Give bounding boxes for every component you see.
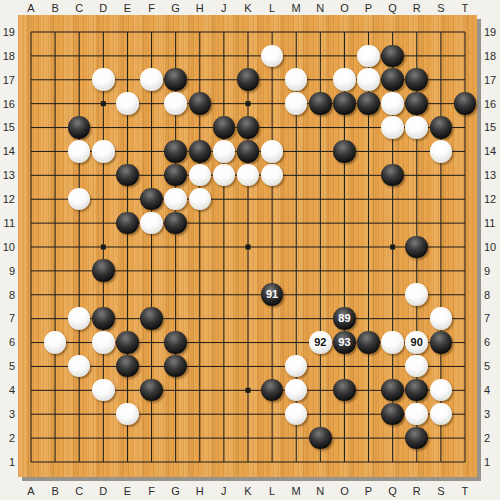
stone-black-G6 bbox=[164, 331, 187, 354]
row-label-16: 16 bbox=[0, 92, 16, 116]
column-labels-bottom: ABCDEFGHJKLMNOPQRST bbox=[19, 483, 477, 499]
stone-white-D14 bbox=[92, 140, 115, 163]
row-label-18: 18 bbox=[483, 44, 500, 68]
row-label-16: 16 bbox=[483, 92, 500, 116]
move-number-label: 93 bbox=[338, 337, 350, 348]
stone-black-F4 bbox=[140, 379, 163, 402]
row-label-1: 1 bbox=[483, 450, 500, 474]
row-label-15: 15 bbox=[483, 116, 500, 140]
row-label-8: 8 bbox=[0, 283, 16, 307]
col-label-A: A bbox=[19, 0, 43, 15]
stone-white-S4 bbox=[430, 379, 453, 402]
stone-black-R10 bbox=[405, 236, 428, 259]
stone-white-D4 bbox=[92, 379, 115, 402]
stone-white-G16 bbox=[164, 92, 187, 115]
move-number-label: 92 bbox=[314, 337, 326, 348]
stone-black-N2 bbox=[309, 427, 332, 450]
stone-black-L8: 91 bbox=[261, 283, 284, 306]
col-label-J: J bbox=[212, 0, 236, 15]
row-label-6: 6 bbox=[483, 330, 500, 354]
stone-white-P17 bbox=[357, 68, 380, 91]
col-label-Q: Q bbox=[381, 483, 405, 499]
row-label-2: 2 bbox=[483, 426, 500, 450]
stone-black-H14 bbox=[189, 140, 212, 163]
row-label-5: 5 bbox=[0, 354, 16, 378]
row-label-19: 19 bbox=[0, 20, 16, 44]
stone-black-F7 bbox=[140, 307, 163, 330]
col-label-N: N bbox=[308, 483, 332, 499]
stone-black-K15 bbox=[237, 116, 260, 139]
stone-black-G17 bbox=[164, 68, 187, 91]
row-label-1: 1 bbox=[0, 450, 16, 474]
col-label-G: G bbox=[164, 483, 188, 499]
col-label-M: M bbox=[284, 0, 308, 15]
stone-white-H13 bbox=[189, 164, 212, 187]
col-label-K: K bbox=[236, 483, 260, 499]
row-label-2: 2 bbox=[0, 426, 16, 450]
col-label-O: O bbox=[332, 483, 356, 499]
col-label-P: P bbox=[356, 0, 380, 15]
stone-white-H12 bbox=[189, 188, 212, 211]
col-label-T: T bbox=[453, 0, 477, 15]
row-label-9: 9 bbox=[0, 259, 16, 283]
stone-white-Q6 bbox=[381, 331, 404, 354]
col-label-L: L bbox=[260, 0, 284, 15]
stone-white-Q16 bbox=[381, 92, 404, 115]
row-label-10: 10 bbox=[483, 235, 500, 259]
col-label-S: S bbox=[429, 483, 453, 499]
stone-black-Q3 bbox=[381, 403, 404, 426]
stone-white-K13 bbox=[237, 164, 260, 187]
col-label-Q: Q bbox=[381, 0, 405, 15]
row-label-17: 17 bbox=[483, 68, 500, 92]
move-number-label: 89 bbox=[338, 313, 350, 324]
row-labels-left: 19181716151413121110987654321 bbox=[0, 20, 16, 474]
col-label-F: F bbox=[139, 483, 163, 499]
go-game-screenshot: { "game": "go", "board_size": 19, "coord… bbox=[0, 0, 500, 500]
stone-black-O7: 89 bbox=[333, 307, 356, 330]
stone-black-G13 bbox=[164, 164, 187, 187]
stone-black-O6: 93 bbox=[333, 331, 356, 354]
row-label-3: 3 bbox=[483, 402, 500, 426]
row-label-8: 8 bbox=[483, 283, 500, 307]
stone-black-E6 bbox=[116, 331, 139, 354]
stone-white-L14 bbox=[261, 140, 284, 163]
move-number-label: 90 bbox=[411, 337, 423, 348]
col-label-H: H bbox=[188, 483, 212, 499]
col-label-B: B bbox=[43, 0, 67, 15]
stone-black-K14 bbox=[237, 140, 260, 163]
stone-black-L4 bbox=[261, 379, 284, 402]
stone-white-R6: 90 bbox=[405, 331, 428, 354]
row-label-14: 14 bbox=[0, 139, 16, 163]
stone-black-S15 bbox=[430, 116, 453, 139]
stone-white-Q15 bbox=[381, 116, 404, 139]
stone-white-J14 bbox=[213, 140, 236, 163]
stone-white-M4 bbox=[285, 379, 308, 402]
row-label-6: 6 bbox=[0, 330, 16, 354]
stone-white-S3 bbox=[430, 403, 453, 426]
stone-white-C5 bbox=[68, 355, 91, 378]
stone-black-R17 bbox=[405, 68, 428, 91]
stone-white-R15 bbox=[405, 116, 428, 139]
stone-black-C15 bbox=[68, 116, 91, 139]
row-label-18: 18 bbox=[0, 44, 16, 68]
col-label-P: P bbox=[356, 483, 380, 499]
col-label-O: O bbox=[332, 0, 356, 15]
col-label-K: K bbox=[236, 0, 260, 15]
row-label-10: 10 bbox=[0, 235, 16, 259]
stone-black-Q13 bbox=[381, 164, 404, 187]
stone-white-R3 bbox=[405, 403, 428, 426]
stone-white-S7 bbox=[430, 307, 453, 330]
col-label-B: B bbox=[43, 483, 67, 499]
stone-black-P6 bbox=[357, 331, 380, 354]
row-label-12: 12 bbox=[483, 187, 500, 211]
stone-white-E3 bbox=[116, 403, 139, 426]
stone-black-D9 bbox=[92, 259, 115, 282]
stone-black-G5 bbox=[164, 355, 187, 378]
row-label-19: 19 bbox=[483, 20, 500, 44]
col-label-G: G bbox=[164, 0, 188, 15]
stone-white-R8 bbox=[405, 283, 428, 306]
row-label-9: 9 bbox=[483, 259, 500, 283]
col-label-D: D bbox=[91, 0, 115, 15]
col-label-M: M bbox=[284, 483, 308, 499]
stone-black-E13 bbox=[116, 164, 139, 187]
row-label-5: 5 bbox=[483, 354, 500, 378]
col-label-N: N bbox=[308, 0, 332, 15]
stone-white-M17 bbox=[285, 68, 308, 91]
col-label-R: R bbox=[405, 0, 429, 15]
col-label-D: D bbox=[91, 483, 115, 499]
stone-white-L13 bbox=[261, 164, 284, 187]
stone-white-L18 bbox=[261, 45, 284, 68]
row-label-12: 12 bbox=[0, 187, 16, 211]
stone-black-T16 bbox=[454, 92, 477, 115]
col-label-J: J bbox=[212, 483, 236, 499]
row-label-13: 13 bbox=[0, 163, 16, 187]
stone-black-O16 bbox=[333, 92, 356, 115]
stone-black-R4 bbox=[405, 379, 428, 402]
stone-black-G14 bbox=[164, 140, 187, 163]
stone-white-M16 bbox=[285, 92, 308, 115]
row-label-7: 7 bbox=[0, 307, 16, 331]
col-label-E: E bbox=[115, 483, 139, 499]
stone-black-N16 bbox=[309, 92, 332, 115]
row-label-4: 4 bbox=[483, 378, 500, 402]
row-label-14: 14 bbox=[483, 139, 500, 163]
stone-white-M5 bbox=[285, 355, 308, 378]
stone-white-P18 bbox=[357, 45, 380, 68]
col-label-A: A bbox=[19, 483, 43, 499]
stone-white-R5 bbox=[405, 355, 428, 378]
row-label-11: 11 bbox=[0, 211, 16, 235]
stone-white-N6: 92 bbox=[309, 331, 332, 354]
col-label-H: H bbox=[188, 0, 212, 15]
column-labels-top: ABCDEFGHJKLMNOPQRST bbox=[19, 0, 477, 15]
col-label-R: R bbox=[405, 483, 429, 499]
stone-black-Q4 bbox=[381, 379, 404, 402]
stone-black-F12 bbox=[140, 188, 163, 211]
row-label-7: 7 bbox=[483, 307, 500, 331]
row-label-17: 17 bbox=[0, 68, 16, 92]
row-label-3: 3 bbox=[0, 402, 16, 426]
stone-black-R2 bbox=[405, 427, 428, 450]
stones-layer[interactable]: 9189929390 bbox=[19, 20, 477, 474]
col-label-E: E bbox=[115, 0, 139, 15]
stone-white-B6 bbox=[44, 331, 67, 354]
stone-black-O14 bbox=[333, 140, 356, 163]
col-label-F: F bbox=[139, 0, 163, 15]
stone-white-C14 bbox=[68, 140, 91, 163]
stone-black-O4 bbox=[333, 379, 356, 402]
stone-white-J13 bbox=[213, 164, 236, 187]
stone-black-Q17 bbox=[381, 68, 404, 91]
stone-white-C12 bbox=[68, 188, 91, 211]
stone-white-S14 bbox=[430, 140, 453, 163]
stone-white-D6 bbox=[92, 331, 115, 354]
col-label-C: C bbox=[67, 483, 91, 499]
stone-black-E5 bbox=[116, 355, 139, 378]
row-label-13: 13 bbox=[483, 163, 500, 187]
stone-white-F17 bbox=[140, 68, 163, 91]
stone-black-J15 bbox=[213, 116, 236, 139]
stone-black-E11 bbox=[116, 212, 139, 235]
stone-black-D7 bbox=[92, 307, 115, 330]
row-label-4: 4 bbox=[0, 378, 16, 402]
move-number-label: 91 bbox=[266, 289, 278, 300]
stone-white-F11 bbox=[140, 212, 163, 235]
row-label-11: 11 bbox=[483, 211, 500, 235]
row-label-15: 15 bbox=[0, 116, 16, 140]
col-label-C: C bbox=[67, 0, 91, 15]
stone-white-E16 bbox=[116, 92, 139, 115]
stone-white-O17 bbox=[333, 68, 356, 91]
col-label-T: T bbox=[453, 483, 477, 499]
stone-black-P16 bbox=[357, 92, 380, 115]
stone-black-H16 bbox=[189, 92, 212, 115]
stone-white-G12 bbox=[164, 188, 187, 211]
stone-white-C7 bbox=[68, 307, 91, 330]
stone-black-S6 bbox=[430, 331, 453, 354]
stone-white-M3 bbox=[285, 403, 308, 426]
stone-black-K17 bbox=[237, 68, 260, 91]
col-label-S: S bbox=[429, 0, 453, 15]
stone-white-D17 bbox=[92, 68, 115, 91]
stone-black-Q18 bbox=[381, 45, 404, 68]
row-labels-right: 19181716151413121110987654321 bbox=[483, 20, 500, 474]
stone-black-G11 bbox=[164, 212, 187, 235]
col-label-L: L bbox=[260, 483, 284, 499]
stone-black-R16 bbox=[405, 92, 428, 115]
